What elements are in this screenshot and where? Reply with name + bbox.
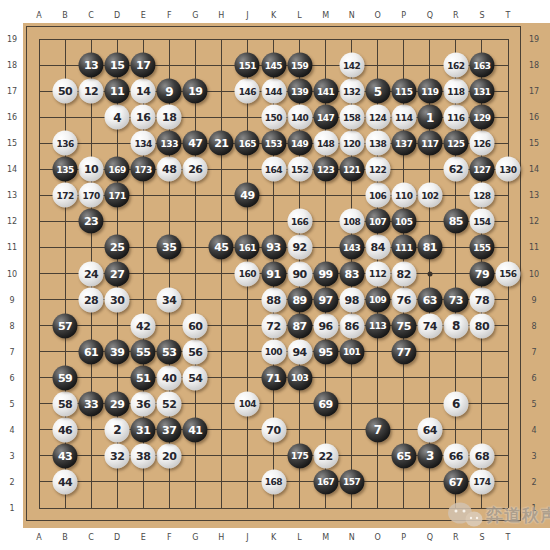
stone-black-105: 105 [391,209,416,234]
stone-black-167: 167 [313,469,338,494]
stone-black-69: 69 [313,391,338,416]
stone-white-16: 16 [131,105,156,130]
stone-white-154: 154 [469,209,494,234]
stone-white-138: 138 [365,131,390,156]
stone-black-93: 93 [261,235,286,260]
stone-black-149: 149 [287,131,312,156]
go-kifu-page: AABBCCDDEEFFGGHHJJKKLLMMNNOOPPQQRRSSTT19… [0,0,550,550]
stone-black-173: 173 [131,157,156,182]
stone-black-15: 15 [105,53,130,78]
stone-white-124: 124 [365,105,390,130]
col-label-bottom: J [246,533,248,542]
stone-white-20: 20 [157,443,182,468]
row-label-right: 17 [529,87,539,96]
row-label-left: 17 [7,87,17,96]
row-label-left: 4 [9,425,14,434]
stone-black-139: 139 [287,79,312,104]
stone-black-125: 125 [443,131,468,156]
stone-black-141: 141 [313,79,338,104]
stone-white-54: 54 [183,365,208,390]
row-label-right: 9 [531,295,536,304]
col-label-bottom: F [167,533,172,542]
col-label-top: M [322,11,329,20]
col-label-bottom: K [271,533,276,542]
stone-white-134: 134 [131,131,156,156]
col-label-bottom: Q [427,533,433,542]
grid-line-horizontal [39,508,508,509]
stone-white-140: 140 [287,105,312,130]
stone-black-91: 91 [261,261,286,286]
stone-white-70: 70 [261,417,286,442]
stone-white-4: 4 [105,105,130,130]
stone-white-130: 130 [496,157,521,182]
stone-white-118: 118 [443,79,468,104]
stone-white-30: 30 [105,287,130,312]
stone-black-175: 175 [287,443,312,468]
stone-white-128: 128 [469,183,494,208]
row-label-left: 6 [9,373,14,382]
stone-white-164: 164 [261,157,286,182]
stone-black-89: 89 [287,287,312,312]
stone-black-85: 85 [443,209,468,234]
stone-black-83: 83 [339,261,364,286]
stone-white-40: 40 [157,365,182,390]
stone-white-162: 162 [443,53,468,78]
stone-white-80: 80 [469,313,494,338]
stone-white-142: 142 [339,53,364,78]
stone-white-42: 42 [131,313,156,338]
stone-white-122: 122 [365,157,390,182]
col-label-bottom: N [349,533,355,542]
stone-white-18: 18 [157,105,182,130]
stone-white-148: 148 [313,131,338,156]
stone-white-90: 90 [287,261,312,286]
col-label-bottom: D [114,533,120,542]
stone-black-35: 35 [157,235,182,260]
stone-black-165: 165 [235,131,260,156]
stone-white-152: 152 [287,157,312,182]
col-label-top: E [141,11,146,20]
stone-black-79: 79 [469,261,494,286]
stone-black-57: 57 [53,313,78,338]
stone-white-166: 166 [287,209,312,234]
row-label-right: 4 [531,425,536,434]
row-label-right: 19 [529,35,539,44]
stone-black-31: 31 [131,417,156,442]
stone-black-1: 1 [417,105,442,130]
col-label-bottom: S [479,533,484,542]
row-label-right: 14 [529,165,539,174]
stone-white-110: 110 [391,183,416,208]
stone-black-9: 9 [157,79,182,104]
col-label-top: P [401,11,406,20]
stone-black-25: 25 [105,235,130,260]
stone-black-75: 75 [391,313,416,338]
stone-black-113: 113 [365,313,390,338]
stone-black-147: 147 [313,105,338,130]
col-label-bottom: A [36,533,41,542]
row-label-right: 13 [529,191,539,200]
stone-white-14: 14 [131,79,156,104]
stone-white-150: 150 [261,105,286,130]
stone-black-107: 107 [365,209,390,234]
stone-white-82: 82 [391,261,416,286]
col-label-bottom: L [297,533,301,542]
col-label-bottom: M [322,533,329,542]
stone-black-123: 123 [313,157,338,182]
stone-white-76: 76 [391,287,416,312]
stone-white-2: 2 [105,417,130,442]
stone-white-108: 108 [339,209,364,234]
stone-black-55: 55 [131,339,156,364]
row-label-left: 13 [7,191,17,200]
stone-white-160: 160 [235,261,260,286]
row-label-left: 7 [9,347,14,356]
stone-white-136: 136 [53,131,78,156]
stone-black-101: 101 [339,339,364,364]
stone-white-28: 28 [79,287,104,312]
col-label-bottom: H [218,533,224,542]
stone-black-49: 49 [235,183,260,208]
stone-white-48: 48 [157,157,182,182]
row-label-right: 10 [529,269,539,278]
stone-black-11: 11 [105,79,130,104]
stone-white-56: 56 [183,339,208,364]
stone-white-8: 8 [443,313,468,338]
watermark: 弈道秋声 [447,501,550,529]
stone-black-87: 87 [287,313,312,338]
stone-white-58: 58 [53,391,78,416]
stone-black-135: 135 [53,157,78,182]
stone-white-78: 78 [469,287,494,312]
stone-black-99: 99 [313,261,338,286]
row-label-right: 2 [531,477,536,486]
stone-black-3: 3 [417,443,442,468]
star-point [427,271,432,276]
col-label-bottom: B [62,533,68,542]
stone-black-5: 5 [365,79,390,104]
row-label-left: 16 [7,113,17,122]
stone-black-119: 119 [417,79,442,104]
col-label-top: L [297,11,301,20]
stone-white-60: 60 [183,313,208,338]
stone-black-97: 97 [313,287,338,312]
stone-white-72: 72 [261,313,286,338]
stone-black-117: 117 [417,131,442,156]
stone-white-146: 146 [235,79,260,104]
stone-black-143: 143 [339,235,364,260]
stone-white-10: 10 [79,157,104,182]
stone-black-153: 153 [261,131,286,156]
stone-black-127: 127 [469,157,494,182]
stone-black-71: 71 [261,365,286,390]
col-label-top: N [349,11,355,20]
stone-black-159: 159 [287,53,312,78]
stone-white-44: 44 [53,469,78,494]
stone-white-64: 64 [417,417,442,442]
stone-white-126: 126 [469,131,494,156]
stone-white-36: 36 [131,391,156,416]
row-label-left: 9 [9,295,14,304]
col-label-bottom: E [141,533,146,542]
stone-white-120: 120 [339,131,364,156]
col-label-bottom: G [192,533,198,542]
watermark-text: 弈道秋声 [486,504,550,527]
stone-white-132: 132 [339,79,364,104]
row-label-right: 8 [531,321,536,330]
col-label-top: O [375,11,381,20]
stone-black-67: 67 [443,469,468,494]
row-label-right: 6 [531,373,536,382]
col-label-bottom: R [453,533,459,542]
col-label-top: C [88,11,94,20]
row-label-right: 16 [529,113,539,122]
stone-black-43: 43 [53,443,78,468]
stone-black-33: 33 [79,391,104,416]
stone-black-39: 39 [105,339,130,364]
stone-black-23: 23 [79,209,104,234]
stone-white-32: 32 [105,443,130,468]
stone-white-74: 74 [417,313,442,338]
row-label-left: 8 [9,321,14,330]
stone-black-81: 81 [417,235,442,260]
stone-white-38: 38 [131,443,156,468]
stone-black-73: 73 [443,287,468,312]
stone-black-29: 29 [105,391,130,416]
stone-white-168: 168 [261,469,286,494]
row-label-left: 1 [9,504,14,513]
stone-white-114: 114 [391,105,416,130]
stone-white-144: 144 [261,79,286,104]
stone-black-65: 65 [391,443,416,468]
stone-white-12: 12 [79,79,104,104]
row-label-left: 11 [7,243,17,252]
col-label-top: A [36,11,41,20]
stone-white-68: 68 [469,443,494,468]
stone-black-7: 7 [365,417,390,442]
stone-black-17: 17 [131,53,156,78]
col-label-top: K [271,11,276,20]
stone-white-86: 86 [339,313,364,338]
stone-white-24: 24 [79,261,104,286]
stone-white-92: 92 [287,235,312,260]
stone-white-6: 6 [443,391,468,416]
stone-white-96: 96 [313,313,338,338]
stone-white-172: 172 [53,183,78,208]
col-label-top: R [453,11,459,20]
row-label-left: 19 [7,35,17,44]
stone-white-88: 88 [261,287,286,312]
col-label-top: G [192,11,198,20]
col-label-top: B [62,11,68,20]
col-label-top: S [479,11,484,20]
row-label-left: 5 [9,399,14,408]
stone-black-103: 103 [287,365,312,390]
stone-white-102: 102 [417,183,442,208]
stone-black-21: 21 [209,131,234,156]
stone-black-145: 145 [261,53,286,78]
row-label-left: 10 [7,269,17,278]
stone-black-131: 131 [469,79,494,104]
stone-white-34: 34 [157,287,182,312]
stone-black-169: 169 [105,157,130,182]
stone-black-129: 129 [469,105,494,130]
stone-white-170: 170 [79,183,104,208]
row-label-right: 15 [529,139,539,148]
stone-black-59: 59 [53,365,78,390]
row-label-left: 14 [7,165,17,174]
row-label-right: 7 [531,347,536,356]
col-label-top: J [246,11,248,20]
row-label-left: 15 [7,139,17,148]
row-label-left: 3 [9,451,14,460]
stone-white-116: 116 [443,105,468,130]
stone-black-121: 121 [339,157,364,182]
stone-white-84: 84 [365,235,390,260]
stone-black-133: 133 [157,131,182,156]
stone-white-158: 158 [339,105,364,130]
stone-black-151: 151 [235,53,260,78]
stone-black-137: 137 [391,131,416,156]
stone-white-156: 156 [496,261,521,286]
stone-black-161: 161 [235,235,260,260]
row-label-right: 18 [529,61,539,70]
stone-black-109: 109 [365,287,390,312]
stone-white-62: 62 [443,157,468,182]
stone-white-98: 98 [339,287,364,312]
stone-white-106: 106 [365,183,390,208]
stone-white-50: 50 [53,79,78,104]
stone-black-41: 41 [183,417,208,442]
row-label-right: 5 [531,399,536,408]
row-label-left: 12 [7,217,17,226]
stone-black-19: 19 [183,79,208,104]
stone-white-112: 112 [365,261,390,286]
stone-white-104: 104 [235,391,260,416]
stone-white-26: 26 [183,157,208,182]
stone-white-66: 66 [443,443,468,468]
stone-black-61: 61 [79,339,104,364]
stone-black-157: 157 [339,469,364,494]
row-label-right: 3 [531,451,536,460]
col-label-bottom: P [401,533,406,542]
stone-white-174: 174 [469,469,494,494]
stone-black-77: 77 [391,339,416,364]
stone-black-37: 37 [157,417,182,442]
stone-black-45: 45 [209,235,234,260]
stone-white-100: 100 [261,339,286,364]
row-label-left: 18 [7,61,17,70]
wechat-icon [447,501,483,529]
stone-white-46: 46 [53,417,78,442]
row-label-left: 2 [9,477,14,486]
col-label-top: D [114,11,120,20]
row-label-right: 12 [529,217,539,226]
stone-black-155: 155 [469,235,494,260]
col-label-top: Q [427,11,433,20]
stone-black-115: 115 [391,79,416,104]
row-label-right: 11 [529,243,539,252]
stone-black-27: 27 [105,261,130,286]
col-label-top: H [218,11,224,20]
stone-white-52: 52 [157,391,182,416]
stone-black-53: 53 [157,339,182,364]
col-label-top: T [506,11,511,20]
stone-black-13: 13 [79,53,104,78]
stone-black-51: 51 [131,365,156,390]
stone-white-22: 22 [313,443,338,468]
stone-black-95: 95 [313,339,338,364]
stone-black-171: 171 [105,183,130,208]
stone-white-94: 94 [287,339,312,364]
col-label-top: F [167,11,172,20]
col-label-bottom: C [88,533,94,542]
col-label-bottom: O [375,533,381,542]
stone-black-163: 163 [469,53,494,78]
col-label-bottom: T [506,533,511,542]
stone-black-47: 47 [183,131,208,156]
stone-black-63: 63 [417,287,442,312]
stone-black-111: 111 [391,235,416,260]
